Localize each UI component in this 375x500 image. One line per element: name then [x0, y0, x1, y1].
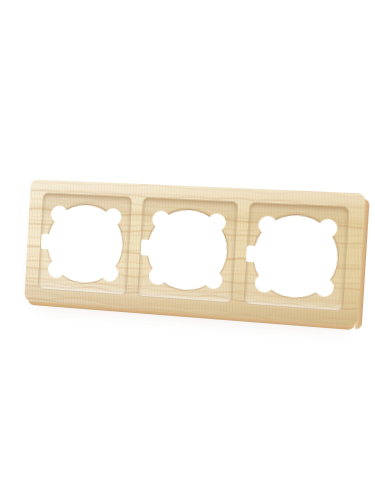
socket-frame-plate	[24, 179, 365, 326]
socket-opening-1	[45, 203, 124, 285]
frame-window-3	[244, 203, 348, 311]
claw-notch-bottom-left	[48, 260, 66, 278]
claw-notch-top-left	[51, 205, 69, 223]
socket-opening-2	[145, 208, 229, 293]
claw-notch-top-right	[207, 213, 226, 232]
frame-window-2	[138, 198, 236, 302]
claw-notch-top-right	[317, 219, 337, 239]
mounting-tab-notch	[41, 233, 56, 249]
mounting-tab-notch	[246, 245, 262, 262]
claw-notch-bottom-right	[314, 277, 334, 297]
plate-face	[24, 179, 365, 326]
claw-notch-top-left	[258, 216, 278, 235]
socket-opening-3	[252, 213, 341, 300]
product-photo-stage	[0, 0, 375, 500]
claw-notch-top-left	[151, 210, 170, 229]
claw-notch-bottom-left	[148, 266, 167, 285]
frame-window-1	[39, 193, 132, 294]
mounting-tab-notch	[140, 239, 155, 256]
claw-notch-bottom-right	[101, 263, 119, 282]
claw-notch-top-right	[104, 208, 122, 227]
claw-notch-bottom-right	[204, 270, 223, 289]
claw-notch-bottom-left	[254, 273, 274, 293]
